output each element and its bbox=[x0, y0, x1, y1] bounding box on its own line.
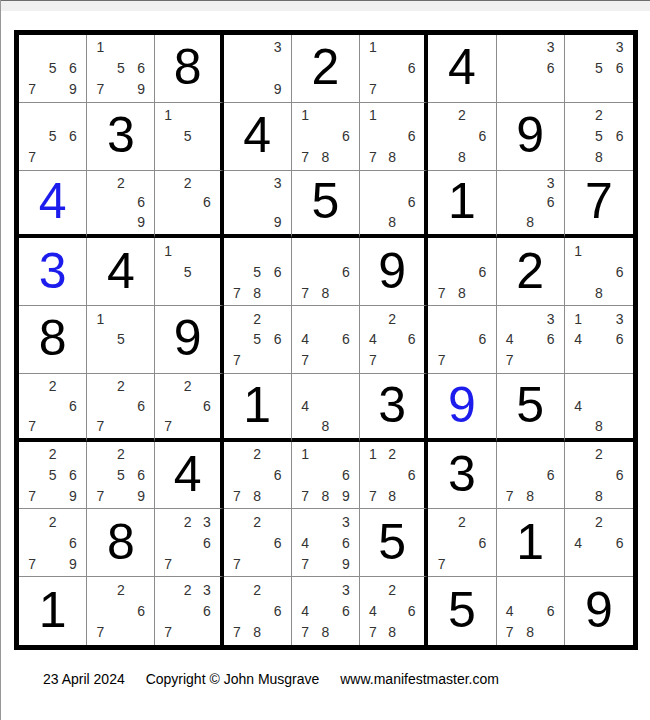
candidate-1 bbox=[22, 511, 42, 532]
cell-r2c2[interactable]: 3 bbox=[87, 103, 155, 171]
cell-r5c6[interactable]: 2467 bbox=[360, 306, 428, 374]
candidate-5 bbox=[315, 465, 335, 486]
candidate-1 bbox=[90, 579, 110, 600]
candidate-1 bbox=[227, 37, 247, 58]
cell-r6c8[interactable]: 5 bbox=[497, 374, 565, 442]
cell-r3c5[interactable]: 5 bbox=[292, 171, 360, 239]
candidates-grid: 39 bbox=[224, 35, 291, 102]
candidate-9 bbox=[402, 350, 421, 371]
candidate-5 bbox=[178, 192, 197, 212]
cell-r6c3[interactable]: 267 bbox=[155, 374, 223, 442]
candidate-1: 1 bbox=[295, 105, 315, 126]
candidate-4 bbox=[500, 192, 520, 212]
candidate-3 bbox=[131, 37, 151, 58]
candidate-4 bbox=[363, 465, 382, 486]
cell-r3c2[interactable]: 269 bbox=[87, 171, 155, 239]
cell-r4c3[interactable]: 15 bbox=[155, 238, 223, 306]
cell-r3c6[interactable]: 68 bbox=[360, 171, 428, 239]
candidate-2: 2 bbox=[42, 444, 62, 465]
cell-r9c2[interactable]: 267 bbox=[87, 577, 155, 645]
cell-r5c5[interactable]: 467 bbox=[292, 306, 360, 374]
candidate-8 bbox=[315, 350, 335, 371]
candidate-4 bbox=[568, 261, 589, 282]
cell-r8c6[interactable]: 5 bbox=[360, 509, 428, 577]
candidate-5 bbox=[111, 600, 131, 621]
candidate-8: 8 bbox=[315, 416, 335, 436]
candidate-1 bbox=[158, 511, 177, 532]
candidates-grid: 5679 bbox=[19, 35, 86, 102]
candidate-7 bbox=[568, 553, 589, 574]
cell-r4c9[interactable]: 168 bbox=[565, 238, 633, 306]
candidate-2 bbox=[383, 105, 402, 126]
candidate-5 bbox=[111, 192, 131, 212]
entered-digit: 4 bbox=[39, 176, 67, 226]
candidate-9 bbox=[609, 79, 630, 100]
candidate-2: 2 bbox=[178, 511, 197, 532]
candidate-9 bbox=[336, 622, 356, 643]
cell-r5c4[interactable]: 2567 bbox=[224, 306, 292, 374]
candidate-7: 7 bbox=[22, 147, 42, 168]
candidate-6: 6 bbox=[197, 192, 216, 212]
cell-r1c1[interactable]: 5679 bbox=[19, 35, 87, 103]
candidates-grid: 67 bbox=[428, 306, 495, 373]
candidate-5: 5 bbox=[589, 126, 610, 147]
candidate-1: 1 bbox=[90, 308, 110, 329]
cell-r9c4[interactable]: 2678 bbox=[224, 577, 292, 645]
given-digit: 4 bbox=[107, 246, 135, 296]
given-digit: 1 bbox=[39, 585, 67, 635]
candidate-9 bbox=[472, 350, 492, 371]
candidates-grid: 167 bbox=[360, 35, 424, 102]
candidates-grid: 15 bbox=[155, 238, 219, 305]
cell-r9c3[interactable]: 2367 bbox=[155, 577, 223, 645]
cell-r7c1[interactable]: 25679 bbox=[19, 442, 87, 510]
candidate-2 bbox=[42, 105, 62, 126]
cell-r7c8[interactable]: 678 bbox=[497, 442, 565, 510]
candidates-grid: 2678 bbox=[224, 577, 291, 645]
candidate-6: 6 bbox=[63, 126, 83, 147]
candidate-9 bbox=[267, 350, 287, 371]
candidate-5 bbox=[589, 329, 610, 350]
candidate-1 bbox=[500, 444, 520, 465]
candidate-7: 7 bbox=[90, 416, 110, 436]
cell-r4c7[interactable]: 678 bbox=[428, 238, 496, 306]
candidate-8: 8 bbox=[589, 416, 610, 436]
candidate-7: 7 bbox=[22, 416, 42, 436]
candidate-1 bbox=[431, 105, 451, 126]
candidate-4 bbox=[158, 261, 177, 282]
entered-digit: 9 bbox=[448, 380, 476, 430]
candidate-4 bbox=[22, 465, 42, 486]
cell-r8c2[interactable]: 8 bbox=[87, 509, 155, 577]
cell-r1c2[interactable]: 15679 bbox=[87, 35, 155, 103]
given-digit: 4 bbox=[174, 449, 202, 499]
candidate-9: 9 bbox=[267, 79, 287, 100]
candidate-8 bbox=[42, 486, 62, 507]
candidate-8 bbox=[383, 350, 402, 371]
candidate-4 bbox=[90, 465, 110, 486]
cell-r2c8[interactable]: 9 bbox=[497, 103, 565, 171]
given-digit: 5 bbox=[448, 585, 476, 635]
candidate-7: 7 bbox=[158, 553, 177, 574]
candidates-grid: 34678 bbox=[292, 577, 359, 645]
candidate-2: 2 bbox=[178, 173, 197, 193]
cell-r6c6[interactable]: 3 bbox=[360, 374, 428, 442]
cell-r8c4[interactable]: 267 bbox=[224, 509, 292, 577]
candidate-5: 5 bbox=[589, 58, 610, 79]
cell-r3c7[interactable]: 1 bbox=[428, 171, 496, 239]
candidate-8 bbox=[42, 79, 62, 100]
cell-r7c4[interactable]: 2678 bbox=[224, 442, 292, 510]
candidate-5 bbox=[383, 329, 402, 350]
cell-r8c5[interactable]: 34679 bbox=[292, 509, 360, 577]
candidate-4 bbox=[431, 329, 451, 350]
candidate-1 bbox=[500, 37, 520, 58]
candidate-7: 7 bbox=[500, 486, 520, 507]
cell-r6c9[interactable]: 48 bbox=[565, 374, 633, 442]
cell-r8c7[interactable]: 267 bbox=[428, 509, 496, 577]
candidate-8: 8 bbox=[315, 147, 335, 168]
candidate-9 bbox=[402, 212, 421, 232]
candidate-8: 8 bbox=[383, 147, 402, 168]
candidate-3 bbox=[609, 376, 630, 396]
cell-r4c6[interactable]: 9 bbox=[360, 238, 428, 306]
candidate-1 bbox=[22, 376, 42, 396]
cell-r1c8[interactable]: 36 bbox=[497, 35, 565, 103]
candidate-5: 5 bbox=[42, 465, 62, 486]
candidate-1 bbox=[227, 308, 247, 329]
candidate-6: 6 bbox=[402, 465, 421, 486]
candidate-7 bbox=[90, 350, 110, 371]
candidates-grid: 12678 bbox=[360, 442, 424, 509]
cell-r1c7[interactable]: 4 bbox=[428, 35, 496, 103]
candidate-9 bbox=[267, 622, 287, 643]
candidate-4 bbox=[227, 329, 247, 350]
candidate-5: 5 bbox=[42, 58, 62, 79]
candidate-5 bbox=[247, 465, 267, 486]
candidate-4 bbox=[500, 58, 520, 79]
cell-r9c8[interactable]: 4678 bbox=[497, 577, 565, 645]
candidate-3: 3 bbox=[540, 173, 560, 193]
candidate-5 bbox=[315, 261, 335, 282]
candidate-2: 2 bbox=[589, 511, 610, 532]
candidate-9 bbox=[197, 622, 216, 643]
cell-r1c4[interactable]: 39 bbox=[224, 35, 292, 103]
candidate-5 bbox=[315, 329, 335, 350]
candidates-grid: 356 bbox=[565, 35, 633, 102]
candidate-3: 3 bbox=[267, 173, 287, 193]
candidate-3 bbox=[402, 579, 421, 600]
candidate-4 bbox=[500, 465, 520, 486]
candidate-5 bbox=[315, 396, 335, 416]
candidates-grid: 24678 bbox=[360, 577, 424, 645]
candidate-1 bbox=[22, 444, 42, 465]
candidate-9 bbox=[609, 147, 630, 168]
candidate-3 bbox=[336, 444, 356, 465]
candidate-6: 6 bbox=[402, 329, 421, 350]
cell-r6c7[interactable]: 9 bbox=[428, 374, 496, 442]
candidate-5 bbox=[383, 58, 402, 79]
candidate-6: 6 bbox=[131, 465, 151, 486]
given-digit: 2 bbox=[312, 42, 340, 92]
cell-r3c3[interactable]: 26 bbox=[155, 171, 223, 239]
given-digit: 4 bbox=[448, 42, 476, 92]
candidate-1: 1 bbox=[158, 105, 177, 126]
candidate-1 bbox=[295, 511, 315, 532]
candidate-4 bbox=[363, 58, 382, 79]
candidate-5 bbox=[452, 261, 472, 282]
candidate-8 bbox=[452, 350, 472, 371]
cell-r3c1[interactable]: 4 bbox=[19, 171, 87, 239]
candidate-2 bbox=[315, 105, 335, 126]
candidate-2: 2 bbox=[589, 105, 610, 126]
candidate-4 bbox=[295, 261, 315, 282]
candidate-3 bbox=[197, 376, 216, 396]
given-digit: 1 bbox=[448, 176, 476, 226]
candidate-4 bbox=[22, 126, 42, 147]
candidate-9: 9 bbox=[63, 553, 83, 574]
cell-r5c2[interactable]: 15 bbox=[87, 306, 155, 374]
candidate-6: 6 bbox=[63, 465, 83, 486]
candidate-4 bbox=[568, 126, 589, 147]
cell-r5c1[interactable]: 8 bbox=[19, 306, 87, 374]
candidate-9 bbox=[197, 212, 216, 232]
candidate-3: 3 bbox=[336, 579, 356, 600]
candidates-grid: 267 bbox=[155, 374, 219, 438]
candidate-8 bbox=[111, 350, 131, 371]
candidate-6: 6 bbox=[609, 532, 630, 553]
given-digit: 3 bbox=[448, 449, 476, 499]
cell-r5c3[interactable]: 9 bbox=[155, 306, 223, 374]
candidate-4 bbox=[22, 396, 42, 416]
cell-r7c9[interactable]: 268 bbox=[565, 442, 633, 510]
candidate-1 bbox=[500, 173, 520, 193]
candidate-4 bbox=[363, 126, 382, 147]
candidate-7: 7 bbox=[22, 553, 42, 574]
candidate-1 bbox=[295, 376, 315, 396]
cell-r1c5[interactable]: 2 bbox=[292, 35, 360, 103]
cell-r6c2[interactable]: 267 bbox=[87, 374, 155, 442]
candidate-5 bbox=[520, 329, 540, 350]
cell-r3c4[interactable]: 39 bbox=[224, 171, 292, 239]
candidate-6: 6 bbox=[336, 532, 356, 553]
cell-r5c9[interactable]: 1346 bbox=[565, 306, 633, 374]
candidate-1 bbox=[431, 308, 451, 329]
candidate-8: 8 bbox=[247, 486, 267, 507]
candidates-grid: 567 bbox=[19, 103, 86, 170]
candidate-2 bbox=[589, 308, 610, 329]
given-digit: 1 bbox=[243, 380, 271, 430]
cell-r2c7[interactable]: 268 bbox=[428, 103, 496, 171]
cell-r1c9[interactable]: 356 bbox=[565, 35, 633, 103]
cell-r3c9[interactable]: 7 bbox=[565, 171, 633, 239]
candidate-2 bbox=[452, 308, 472, 329]
candidate-1 bbox=[568, 376, 589, 396]
cell-r1c3[interactable]: 8 bbox=[155, 35, 223, 103]
candidate-9 bbox=[336, 147, 356, 168]
cell-r4c4[interactable]: 5678 bbox=[224, 238, 292, 306]
candidate-4 bbox=[227, 192, 247, 212]
cell-r7c7[interactable]: 3 bbox=[428, 442, 496, 510]
candidate-1 bbox=[500, 579, 520, 600]
cell-r2c6[interactable]: 1678 bbox=[360, 103, 428, 171]
candidate-1: 1 bbox=[363, 444, 382, 465]
candidate-6: 6 bbox=[267, 465, 287, 486]
candidate-9 bbox=[197, 416, 216, 436]
candidate-9 bbox=[402, 79, 421, 100]
cell-r2c3[interactable]: 15 bbox=[155, 103, 223, 171]
candidate-6: 6 bbox=[472, 261, 492, 282]
cell-r7c2[interactable]: 25679 bbox=[87, 442, 155, 510]
candidate-4 bbox=[568, 58, 589, 79]
candidate-3 bbox=[267, 308, 287, 329]
candidate-7: 7 bbox=[158, 622, 177, 643]
cell-r4c1[interactable]: 3 bbox=[19, 238, 87, 306]
cell-r8c1[interactable]: 2679 bbox=[19, 509, 87, 577]
cell-r9c9[interactable]: 9 bbox=[565, 577, 633, 645]
cell-r3c8[interactable]: 368 bbox=[497, 171, 565, 239]
candidate-8 bbox=[589, 79, 610, 100]
candidate-5 bbox=[589, 532, 610, 553]
candidate-1 bbox=[227, 173, 247, 193]
cell-r8c3[interactable]: 2367 bbox=[155, 509, 223, 577]
cell-r6c5[interactable]: 48 bbox=[292, 374, 360, 442]
candidate-7 bbox=[227, 79, 247, 100]
cell-r2c5[interactable]: 1678 bbox=[292, 103, 360, 171]
candidate-2 bbox=[315, 376, 335, 396]
given-digit: 2 bbox=[516, 246, 544, 296]
candidate-7 bbox=[568, 416, 589, 436]
candidate-5 bbox=[42, 532, 62, 553]
cell-r9c7[interactable]: 5 bbox=[428, 577, 496, 645]
candidates-grid: 2678 bbox=[224, 442, 291, 509]
cell-r4c5[interactable]: 678 bbox=[292, 238, 360, 306]
candidate-8: 8 bbox=[383, 622, 402, 643]
cell-r7c5[interactable]: 16789 bbox=[292, 442, 360, 510]
cell-r2c9[interactable]: 2568 bbox=[565, 103, 633, 171]
candidate-2 bbox=[315, 444, 335, 465]
candidate-1: 1 bbox=[568, 240, 589, 261]
candidates-grid: 5678 bbox=[224, 238, 291, 305]
candidates-grid: 267 bbox=[87, 577, 154, 645]
given-digit: 3 bbox=[378, 380, 406, 430]
candidate-8 bbox=[111, 212, 131, 232]
candidate-8 bbox=[178, 416, 197, 436]
candidate-7: 7 bbox=[295, 147, 315, 168]
candidate-5 bbox=[247, 600, 267, 621]
candidate-1 bbox=[500, 308, 520, 329]
given-digit: 9 bbox=[174, 313, 202, 363]
cell-r1c6[interactable]: 167 bbox=[360, 35, 428, 103]
candidate-2 bbox=[178, 240, 197, 261]
candidate-7: 7 bbox=[295, 350, 315, 371]
candidate-8 bbox=[178, 147, 197, 168]
cell-r8c9[interactable]: 246 bbox=[565, 509, 633, 577]
candidate-6: 6 bbox=[63, 396, 83, 416]
candidate-3: 3 bbox=[197, 579, 216, 600]
cell-r9c1[interactable]: 1 bbox=[19, 577, 87, 645]
cell-r9c6[interactable]: 24678 bbox=[360, 577, 428, 645]
candidate-9: 9 bbox=[131, 79, 151, 100]
candidate-5 bbox=[247, 532, 267, 553]
candidate-9 bbox=[540, 486, 560, 507]
candidate-1 bbox=[295, 240, 315, 261]
candidate-9 bbox=[472, 553, 492, 574]
candidate-6: 6 bbox=[267, 329, 287, 350]
cell-r2c4[interactable]: 4 bbox=[224, 103, 292, 171]
candidate-9 bbox=[609, 350, 630, 371]
candidate-8 bbox=[111, 486, 131, 507]
candidate-7 bbox=[500, 212, 520, 232]
candidate-4: 4 bbox=[363, 600, 382, 621]
candidates-grid: 15679 bbox=[87, 35, 154, 102]
candidates-grid: 2467 bbox=[360, 306, 424, 373]
candidate-4 bbox=[431, 126, 451, 147]
candidate-9: 9 bbox=[63, 79, 83, 100]
footer-date: 23 April 2024 bbox=[43, 671, 125, 687]
candidate-9 bbox=[336, 282, 356, 303]
candidate-7 bbox=[568, 79, 589, 100]
candidates-grid: 2568 bbox=[565, 103, 633, 170]
candidates-grid: 678 bbox=[497, 442, 564, 509]
candidate-4 bbox=[568, 465, 589, 486]
candidate-2 bbox=[42, 37, 62, 58]
cell-r6c1[interactable]: 267 bbox=[19, 374, 87, 442]
cell-r6c4[interactable]: 1 bbox=[224, 374, 292, 442]
cell-r7c3[interactable]: 4 bbox=[155, 442, 223, 510]
cell-r2c1[interactable]: 567 bbox=[19, 103, 87, 171]
candidate-1: 1 bbox=[158, 240, 177, 261]
candidate-9 bbox=[267, 553, 287, 574]
candidate-4: 4 bbox=[295, 532, 315, 553]
candidate-8 bbox=[247, 79, 267, 100]
candidate-2: 2 bbox=[247, 579, 267, 600]
candidates-grid: 3467 bbox=[497, 306, 564, 373]
cell-r4c8[interactable]: 2 bbox=[497, 238, 565, 306]
candidate-5: 5 bbox=[178, 126, 197, 147]
candidate-4: 4 bbox=[500, 600, 520, 621]
cell-r5c7[interactable]: 67 bbox=[428, 306, 496, 374]
candidate-9 bbox=[540, 350, 560, 371]
candidates-grid: 1678 bbox=[292, 103, 359, 170]
cell-r8c8[interactable]: 1 bbox=[497, 509, 565, 577]
candidate-6: 6 bbox=[197, 600, 216, 621]
candidate-3 bbox=[402, 308, 421, 329]
candidate-3 bbox=[267, 579, 287, 600]
candidate-9 bbox=[609, 282, 630, 303]
given-digit: 4 bbox=[243, 110, 271, 160]
candidate-8 bbox=[111, 79, 131, 100]
window-chrome-strip bbox=[1, 0, 650, 11]
cell-r7c6[interactable]: 12678 bbox=[360, 442, 428, 510]
candidate-6: 6 bbox=[336, 126, 356, 147]
candidate-8: 8 bbox=[589, 486, 610, 507]
candidate-2 bbox=[111, 308, 131, 329]
cell-r4c2[interactable]: 4 bbox=[87, 238, 155, 306]
given-digit: 9 bbox=[516, 110, 544, 160]
candidate-4 bbox=[431, 532, 451, 553]
footer: 23 April 2024 Copyright © John Musgrave … bbox=[43, 671, 499, 687]
candidate-2: 2 bbox=[42, 511, 62, 532]
candidate-4 bbox=[158, 600, 177, 621]
candidates-grid: 678 bbox=[292, 238, 359, 305]
candidate-7 bbox=[363, 212, 382, 232]
candidates-grid: 2367 bbox=[155, 577, 219, 645]
candidate-2 bbox=[111, 37, 131, 58]
cell-r5c8[interactable]: 3467 bbox=[497, 306, 565, 374]
candidate-1 bbox=[158, 376, 177, 396]
cell-r9c5[interactable]: 34678 bbox=[292, 577, 360, 645]
